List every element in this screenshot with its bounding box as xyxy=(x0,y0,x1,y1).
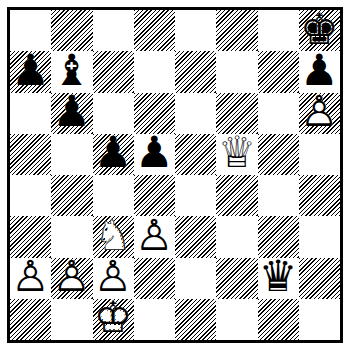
square-a8[interactable] xyxy=(10,10,51,51)
piece-white-pawn: ♙ xyxy=(94,255,133,298)
square-b8[interactable] xyxy=(51,10,92,51)
square-e8[interactable] xyxy=(175,10,216,51)
piece-backing: ♟ xyxy=(53,90,92,133)
square-g5[interactable] xyxy=(258,134,299,175)
piece-white-pawn: ♙ xyxy=(11,255,50,298)
piece-black-king: ♚ xyxy=(300,8,339,51)
square-h6[interactable]: ♟♙ xyxy=(299,93,340,134)
square-b6[interactable]: ♟♟ xyxy=(51,93,92,134)
square-b1[interactable] xyxy=(51,299,92,340)
square-f3[interactable] xyxy=(216,216,257,257)
piece-backing: ♝ xyxy=(53,49,92,92)
piece-backing: ♟ xyxy=(135,214,174,257)
square-a2[interactable]: ♟♙ xyxy=(10,258,51,299)
piece-backing: ♞ xyxy=(94,214,133,257)
square-f5[interactable]: ♛♕ xyxy=(216,134,257,175)
piece-black-pawn: ♟ xyxy=(135,132,174,175)
square-b4[interactable] xyxy=(51,175,92,216)
piece-white-pawn: ♙ xyxy=(53,255,92,298)
piece-backing: ♛ xyxy=(259,255,298,298)
piece-black-pawn: ♟ xyxy=(94,132,133,175)
square-b2[interactable]: ♟♙ xyxy=(51,258,92,299)
square-c5[interactable]: ♟♟ xyxy=(93,134,134,175)
square-h1[interactable] xyxy=(299,299,340,340)
square-h3[interactable] xyxy=(299,216,340,257)
square-f1[interactable] xyxy=(216,299,257,340)
square-d2[interactable] xyxy=(134,258,175,299)
piece-white-king: ♔ xyxy=(94,297,133,340)
square-a6[interactable] xyxy=(10,93,51,134)
piece-backing: ♟ xyxy=(53,255,92,298)
square-a1[interactable] xyxy=(10,299,51,340)
chess-board: ♚♚♟♟♝♝♟♟♟♟♟♙♟♟♟♟♛♕♞♘♟♙♟♙♟♙♟♙♛♛♚♔ xyxy=(7,7,343,343)
square-a7[interactable]: ♟♟ xyxy=(10,51,51,92)
piece-black-pawn: ♟ xyxy=(11,49,50,92)
piece-black-bishop: ♝ xyxy=(53,49,92,92)
piece-black-pawn: ♟ xyxy=(300,49,339,92)
piece-black-queen: ♛ xyxy=(259,255,298,298)
square-d5[interactable]: ♟♟ xyxy=(134,134,175,175)
square-c8[interactable] xyxy=(93,10,134,51)
square-g8[interactable] xyxy=(258,10,299,51)
square-f8[interactable] xyxy=(216,10,257,51)
piece-backing: ♛ xyxy=(218,132,257,175)
square-c3[interactable]: ♞♘ xyxy=(93,216,134,257)
square-e7[interactable] xyxy=(175,51,216,92)
square-d1[interactable] xyxy=(134,299,175,340)
square-e2[interactable] xyxy=(175,258,216,299)
square-a4[interactable] xyxy=(10,175,51,216)
piece-backing: ♟ xyxy=(135,132,174,175)
square-e3[interactable] xyxy=(175,216,216,257)
square-h7[interactable]: ♟♟ xyxy=(299,51,340,92)
piece-white-knight: ♘ xyxy=(94,214,133,257)
square-f2[interactable] xyxy=(216,258,257,299)
square-b5[interactable] xyxy=(51,134,92,175)
piece-white-queen: ♕ xyxy=(218,132,257,175)
square-f4[interactable] xyxy=(216,175,257,216)
piece-backing: ♟ xyxy=(300,90,339,133)
square-g4[interactable] xyxy=(258,175,299,216)
square-h4[interactable] xyxy=(299,175,340,216)
square-a3[interactable] xyxy=(10,216,51,257)
piece-white-pawn: ♙ xyxy=(135,214,174,257)
square-h5[interactable] xyxy=(299,134,340,175)
square-e5[interactable] xyxy=(175,134,216,175)
piece-backing: ♚ xyxy=(300,8,339,51)
square-b7[interactable]: ♝♝ xyxy=(51,51,92,92)
square-d8[interactable] xyxy=(134,10,175,51)
chess-diagram: ♚♚♟♟♝♝♟♟♟♟♟♙♟♟♟♟♛♕♞♘♟♙♟♙♟♙♟♙♛♛♚♔ xyxy=(0,0,350,350)
piece-backing: ♟ xyxy=(11,49,50,92)
piece-backing: ♚ xyxy=(94,297,133,340)
square-g6[interactable] xyxy=(258,93,299,134)
square-h2[interactable] xyxy=(299,258,340,299)
square-c2[interactable]: ♟♙ xyxy=(93,258,134,299)
square-e4[interactable] xyxy=(175,175,216,216)
square-f7[interactable] xyxy=(216,51,257,92)
square-g1[interactable] xyxy=(258,299,299,340)
piece-backing: ♟ xyxy=(300,49,339,92)
square-d4[interactable] xyxy=(134,175,175,216)
square-g2[interactable]: ♛♛ xyxy=(258,258,299,299)
square-b3[interactable] xyxy=(51,216,92,257)
square-g3[interactable] xyxy=(258,216,299,257)
square-c7[interactable] xyxy=(93,51,134,92)
square-a5[interactable] xyxy=(10,134,51,175)
square-g7[interactable] xyxy=(258,51,299,92)
square-h8[interactable]: ♚♚ xyxy=(299,10,340,51)
piece-black-pawn: ♟ xyxy=(53,90,92,133)
square-e6[interactable] xyxy=(175,93,216,134)
square-d3[interactable]: ♟♙ xyxy=(134,216,175,257)
square-c6[interactable] xyxy=(93,93,134,134)
piece-white-pawn: ♙ xyxy=(300,90,339,133)
piece-backing: ♟ xyxy=(11,255,50,298)
square-c1[interactable]: ♚♔ xyxy=(93,299,134,340)
square-f6[interactable] xyxy=(216,93,257,134)
piece-backing: ♟ xyxy=(94,255,133,298)
piece-backing: ♟ xyxy=(94,132,133,175)
square-d6[interactable] xyxy=(134,93,175,134)
square-d7[interactable] xyxy=(134,51,175,92)
square-e1[interactable] xyxy=(175,299,216,340)
square-c4[interactable] xyxy=(93,175,134,216)
